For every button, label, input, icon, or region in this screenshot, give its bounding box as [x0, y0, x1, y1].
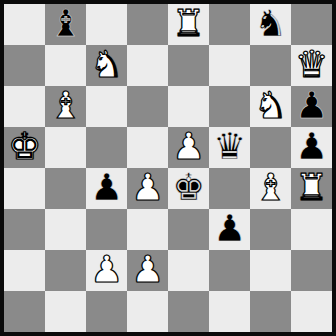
piece-white-rook: ♜: [172, 5, 205, 42]
square-e4[interactable]: ♚: [168, 168, 209, 209]
square-h3[interactable]: [291, 209, 332, 250]
square-f7[interactable]: [209, 45, 250, 86]
square-a2[interactable]: [4, 250, 45, 291]
square-b1[interactable]: [45, 291, 86, 332]
square-e1[interactable]: [168, 291, 209, 332]
square-b7[interactable]: [45, 45, 86, 86]
piece-black-pawn: ♟: [213, 210, 246, 247]
square-e3[interactable]: [168, 209, 209, 250]
square-g7[interactable]: [250, 45, 291, 86]
square-d5[interactable]: [127, 127, 168, 168]
square-f6[interactable]: [209, 86, 250, 127]
square-d4[interactable]: ♟: [127, 168, 168, 209]
square-g2[interactable]: [250, 250, 291, 291]
square-f4[interactable]: [209, 168, 250, 209]
square-a8[interactable]: [4, 4, 45, 45]
square-a5[interactable]: ♚: [4, 127, 45, 168]
square-e2[interactable]: [168, 250, 209, 291]
square-b2[interactable]: [45, 250, 86, 291]
square-e6[interactable]: [168, 86, 209, 127]
piece-white-pawn: ♟: [90, 251, 123, 288]
square-a4[interactable]: [4, 168, 45, 209]
piece-black-knight: ♞: [254, 5, 287, 42]
square-g3[interactable]: [250, 209, 291, 250]
square-g1[interactable]: [250, 291, 291, 332]
piece-white-pawn: ♟: [131, 169, 164, 206]
piece-black-king: ♚: [172, 169, 205, 206]
square-h8[interactable]: [291, 4, 332, 45]
square-e8[interactable]: ♜: [168, 4, 209, 45]
square-h6[interactable]: ♟: [291, 86, 332, 127]
piece-black-queen: ♛: [213, 128, 246, 165]
square-e7[interactable]: [168, 45, 209, 86]
square-h5[interactable]: ♟: [291, 127, 332, 168]
piece-white-queen: ♛: [295, 46, 328, 83]
piece-white-rook: ♜: [295, 169, 328, 206]
square-a1[interactable]: [4, 291, 45, 332]
square-b8[interactable]: ♝: [45, 4, 86, 45]
square-g8[interactable]: ♞: [250, 4, 291, 45]
square-c6[interactable]: [86, 86, 127, 127]
piece-white-king: ♚: [8, 128, 41, 165]
piece-black-pawn: ♟: [90, 169, 123, 206]
square-c1[interactable]: [86, 291, 127, 332]
square-g6[interactable]: ♞: [250, 86, 291, 127]
square-h7[interactable]: ♛: [291, 45, 332, 86]
square-h1[interactable]: [291, 291, 332, 332]
square-f5[interactable]: ♛: [209, 127, 250, 168]
square-d8[interactable]: [127, 4, 168, 45]
square-b5[interactable]: [45, 127, 86, 168]
square-f8[interactable]: [209, 4, 250, 45]
piece-white-knight: ♞: [254, 87, 287, 124]
piece-black-bishop: ♝: [49, 5, 82, 42]
square-d1[interactable]: [127, 291, 168, 332]
square-g5[interactable]: [250, 127, 291, 168]
piece-black-pawn: ♟: [295, 87, 328, 124]
piece-white-knight: ♞: [90, 46, 123, 83]
square-b6[interactable]: ♝: [45, 86, 86, 127]
square-e5[interactable]: ♟: [168, 127, 209, 168]
square-c4[interactable]: ♟: [86, 168, 127, 209]
square-c7[interactable]: ♞: [86, 45, 127, 86]
square-d7[interactable]: [127, 45, 168, 86]
square-c3[interactable]: [86, 209, 127, 250]
piece-white-pawn: ♟: [172, 128, 205, 165]
square-a6[interactable]: [4, 86, 45, 127]
square-b4[interactable]: [45, 168, 86, 209]
square-d3[interactable]: [127, 209, 168, 250]
square-a3[interactable]: [4, 209, 45, 250]
square-c8[interactable]: [86, 4, 127, 45]
piece-white-bishop: ♝: [254, 169, 287, 206]
square-d2[interactable]: ♟: [127, 250, 168, 291]
square-g4[interactable]: ♝: [250, 168, 291, 209]
square-h4[interactable]: ♜: [291, 168, 332, 209]
square-b3[interactable]: [45, 209, 86, 250]
square-a7[interactable]: [4, 45, 45, 86]
piece-white-pawn: ♟: [131, 251, 164, 288]
square-f1[interactable]: [209, 291, 250, 332]
piece-white-bishop: ♝: [49, 87, 82, 124]
square-f2[interactable]: [209, 250, 250, 291]
square-d6[interactable]: [127, 86, 168, 127]
square-h2[interactable]: [291, 250, 332, 291]
square-c2[interactable]: ♟: [86, 250, 127, 291]
square-f3[interactable]: ♟: [209, 209, 250, 250]
square-c5[interactable]: [86, 127, 127, 168]
chessboard: ♝♜♞♞♛♝♞♟♚♟♛♟♟♟♚♝♜♟♟♟: [0, 0, 336, 336]
piece-black-pawn: ♟: [295, 128, 328, 165]
